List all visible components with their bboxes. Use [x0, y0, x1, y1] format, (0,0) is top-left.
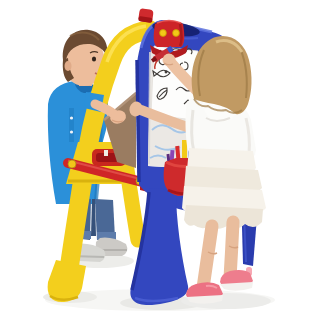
- boy-ear: [65, 61, 72, 71]
- boy-eye: [92, 56, 96, 61]
- latch-rivet-left: [68, 160, 76, 168]
- boy-placket: [69, 108, 74, 142]
- clip-button-left: [160, 30, 167, 37]
- girl-tutu-skirt: [182, 148, 266, 229]
- easel-scene: Two toddlers drawing together at a doubl…: [0, 0, 320, 320]
- product-photo: Two toddlers drawing together at a doubl…: [0, 0, 320, 320]
- clip-button-right: [173, 30, 180, 37]
- top-knob: [138, 8, 154, 23]
